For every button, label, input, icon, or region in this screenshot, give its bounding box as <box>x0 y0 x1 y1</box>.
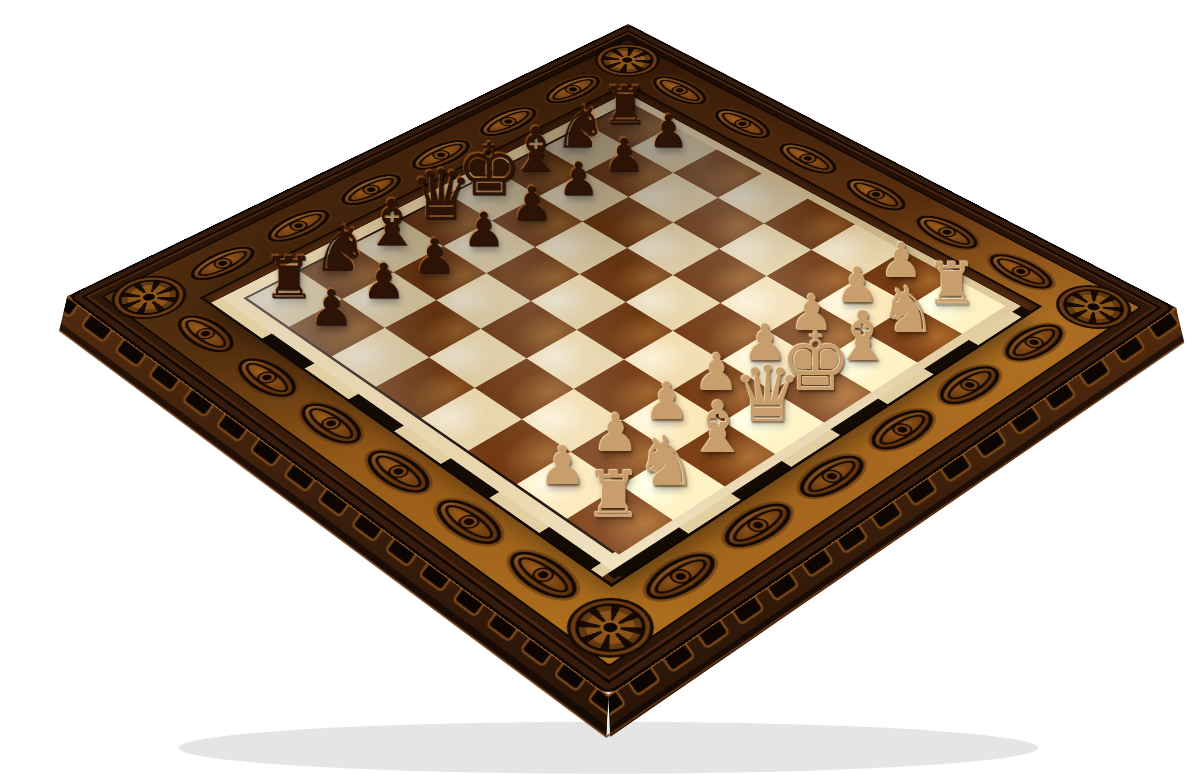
piece-black-rook[interactable]: ♜ <box>263 249 315 307</box>
piece-black-pawn[interactable]: ♟ <box>309 285 353 335</box>
piece-white-rook[interactable]: ♜ <box>584 464 642 529</box>
piece-black-pawn[interactable]: ♟ <box>362 258 406 307</box>
piece-black-rook[interactable]: ♜ <box>602 80 649 133</box>
piece-black-pawn[interactable]: ♟ <box>462 206 505 253</box>
piece-white-knight[interactable]: ♞ <box>635 426 697 496</box>
piece-black-pawn[interactable]: ♟ <box>413 231 456 279</box>
piece-black-pawn[interactable]: ♟ <box>648 110 688 155</box>
piece-black-pawn[interactable]: ♟ <box>603 133 644 179</box>
piece-black-pawn[interactable]: ♟ <box>511 181 553 228</box>
scene: ♜♞♝♛♚♝♞♜♟♟♟♟♟♟♟♟♟♟♟♟♟♟♟♟♜♞♝♛♚♝♞♜ <box>0 0 1200 774</box>
pieces-layer: ♜♞♝♛♚♝♞♜♟♟♟♟♟♟♟♟♟♟♟♟♟♟♟♟♜♞♝♛♚♝♞♜ <box>0 0 1200 774</box>
piece-white-pawn[interactable]: ♟ <box>592 407 639 460</box>
piece-white-pawn[interactable]: ♟ <box>539 439 587 493</box>
piece-black-pawn[interactable]: ♟ <box>558 157 599 203</box>
